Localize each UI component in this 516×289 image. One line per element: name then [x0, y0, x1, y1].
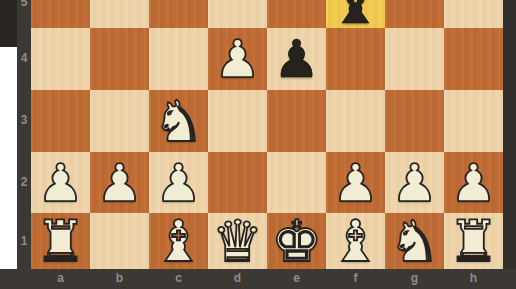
square-b3[interactable]: [90, 90, 149, 152]
top-left-panel: [0, 0, 17, 47]
rank-labels-column: 54321: [17, 0, 31, 269]
white-bishop-c1: ♝: [153, 213, 204, 270]
rank-label-5: 5: [17, 0, 31, 9]
square-f2[interactable]: ♟: [326, 152, 385, 213]
square-c5[interactable]: [149, 0, 208, 28]
square-c4[interactable]: [149, 28, 208, 90]
white-queen-d1: ♛: [212, 213, 263, 270]
square-c2[interactable]: ♟: [149, 152, 208, 213]
white-pawn-h2: ♟: [450, 157, 497, 209]
square-d3[interactable]: [208, 90, 267, 152]
board-frame-bottom: abcdefgh: [0, 269, 516, 289]
square-e5[interactable]: [267, 0, 326, 28]
rank-label-3: 3: [17, 114, 31, 127]
square-c1[interactable]: ♝: [149, 213, 208, 270]
file-label-b: b: [90, 269, 149, 289]
square-a4[interactable]: [31, 28, 90, 90]
square-e3[interactable]: [267, 90, 326, 152]
square-a1[interactable]: ♜: [31, 213, 90, 270]
square-d2[interactable]: [208, 152, 267, 213]
square-f4[interactable]: [326, 28, 385, 90]
white-rook-a1: ♜: [35, 213, 86, 270]
white-rook-h1: ♜: [448, 213, 499, 270]
square-c3[interactable]: ♞: [149, 90, 208, 152]
white-pawn-a2: ♟: [37, 157, 84, 209]
file-label-c: c: [149, 269, 208, 289]
rank-label-1: 1: [17, 235, 31, 248]
square-f5[interactable]: ♝: [326, 0, 385, 28]
square-h4[interactable]: [444, 28, 503, 90]
white-knight-g1: ♞: [389, 213, 440, 270]
square-h3[interactable]: [444, 90, 503, 152]
square-h1[interactable]: ♜: [444, 213, 503, 270]
square-b5[interactable]: [90, 0, 149, 28]
square-d4[interactable]: ♟: [208, 28, 267, 90]
square-a3[interactable]: [31, 90, 90, 152]
white-bishop-f1: ♝: [330, 213, 381, 270]
square-f3[interactable]: [326, 90, 385, 152]
square-e2[interactable]: [267, 152, 326, 213]
square-a5[interactable]: [31, 0, 90, 28]
rank-label-2: 2: [17, 176, 31, 189]
square-g5[interactable]: [385, 0, 444, 28]
square-g1[interactable]: ♞: [385, 213, 444, 270]
file-label-h: h: [444, 269, 503, 289]
file-label-f: f: [326, 269, 385, 289]
file-label-g: g: [385, 269, 444, 289]
square-a2[interactable]: ♟: [31, 152, 90, 213]
file-label-e: e: [267, 269, 326, 289]
square-d5[interactable]: [208, 0, 267, 28]
square-f1[interactable]: ♝: [326, 213, 385, 270]
black-pawn-e4: ♟: [273, 33, 320, 85]
square-g2[interactable]: ♟: [385, 152, 444, 213]
rank-label-4: 4: [17, 52, 31, 65]
board-frame-right: [503, 0, 516, 269]
square-b4[interactable]: [90, 28, 149, 90]
square-e1[interactable]: ♚: [267, 213, 326, 270]
white-pawn-d4: ♟: [214, 33, 261, 85]
chess-board-view: 54321 ♝♟♟♞♟♟♟♟♟♟♜♝♛♚♝♞♜ abcdefgh: [0, 0, 516, 289]
file-label-a: a: [31, 269, 90, 289]
file-label-d: d: [208, 269, 267, 289]
board-viewport: ♝♟♟♞♟♟♟♟♟♟♜♝♛♚♝♞♜: [31, 0, 503, 270]
square-e4[interactable]: ♟: [267, 28, 326, 90]
file-labels-row: abcdefgh: [31, 269, 503, 289]
square-h5[interactable]: [444, 0, 503, 28]
white-king-e1: ♚: [271, 213, 322, 270]
square-h2[interactable]: ♟: [444, 152, 503, 213]
square-g4[interactable]: [385, 28, 444, 90]
square-d1[interactable]: ♛: [208, 213, 267, 270]
white-pawn-g2: ♟: [391, 157, 438, 209]
white-pawn-f2: ♟: [332, 157, 379, 209]
white-pawn-c2: ♟: [155, 157, 202, 209]
board: ♝♟♟♞♟♟♟♟♟♟♜♝♛♚♝♞♜: [31, 0, 503, 270]
page-background-strip: [0, 47, 17, 269]
square-b1[interactable]: [90, 213, 149, 270]
square-b2[interactable]: ♟: [90, 152, 149, 213]
white-knight-c3: ♞: [153, 93, 204, 150]
white-pawn-b2: ♟: [96, 157, 143, 209]
square-g3[interactable]: [385, 90, 444, 152]
